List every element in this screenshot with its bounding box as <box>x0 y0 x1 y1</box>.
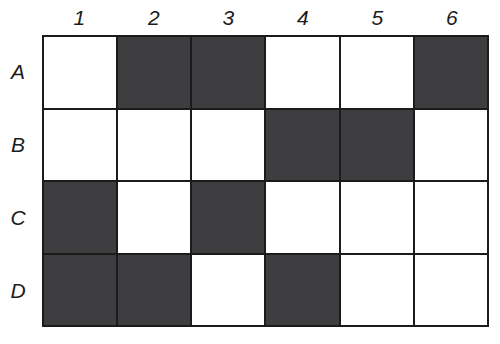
cell-A2-shaded <box>118 37 190 108</box>
col-label-1: 1 <box>42 2 117 32</box>
cell-C6-empty <box>415 182 487 253</box>
cell-D4-shaded <box>266 255 338 326</box>
cell-D2-shaded <box>118 255 190 326</box>
cell-C4-empty <box>266 182 338 253</box>
cell-B3-empty <box>192 110 264 181</box>
cell-B6-empty <box>415 110 487 181</box>
col-label-4: 4 <box>266 2 341 32</box>
cell-C5-empty <box>341 182 413 253</box>
cell-B2-empty <box>118 110 190 181</box>
puzzle-diagram: 123456 ABCD <box>0 0 500 344</box>
cell-C3-shaded <box>192 182 264 253</box>
column-labels: 123456 <box>42 2 489 32</box>
cell-A6-shaded <box>415 37 487 108</box>
cell-D3-empty <box>192 255 264 326</box>
row-label-A: A <box>0 35 42 108</box>
row-labels: ABCD <box>0 35 42 327</box>
board <box>42 35 489 327</box>
cell-C1-shaded <box>44 182 116 253</box>
row-label-D: D <box>0 254 42 327</box>
cell-B5-shaded <box>341 110 413 181</box>
cell-A4-empty <box>266 37 338 108</box>
cell-B1-empty <box>44 110 116 181</box>
cell-A1-empty <box>44 37 116 108</box>
cell-A3-shaded <box>192 37 264 108</box>
col-label-3: 3 <box>191 2 266 32</box>
cell-D6-empty <box>415 255 487 326</box>
row-label-B: B <box>0 108 42 181</box>
cell-C2-empty <box>118 182 190 253</box>
col-label-5: 5 <box>340 2 415 32</box>
row-label-C: C <box>0 181 42 254</box>
col-label-2: 2 <box>117 2 192 32</box>
cell-D5-empty <box>341 255 413 326</box>
col-label-6: 6 <box>415 2 490 32</box>
cell-D1-shaded <box>44 255 116 326</box>
cell-B4-shaded <box>266 110 338 181</box>
cell-A5-empty <box>341 37 413 108</box>
